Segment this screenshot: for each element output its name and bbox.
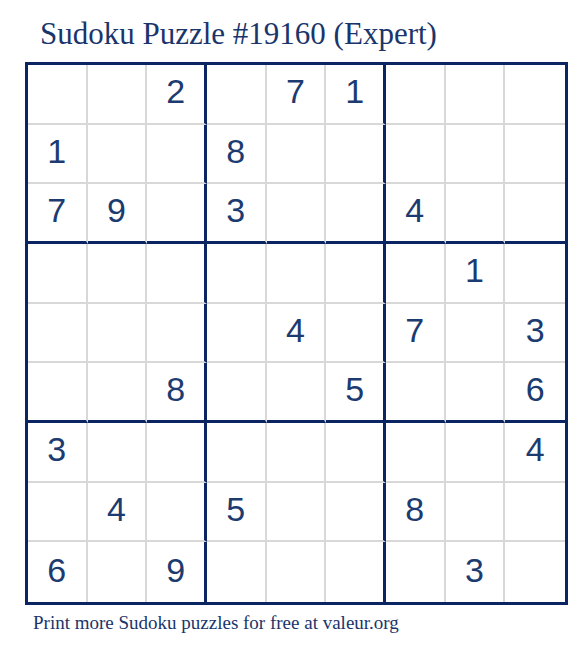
cell-r9c1: 6 <box>28 542 88 602</box>
cell-r6c7 <box>386 363 446 423</box>
cell-r5c6 <box>326 304 386 364</box>
cell-r8c1 <box>28 483 88 543</box>
cell-r2c9 <box>505 125 565 185</box>
cell-r2c6 <box>326 125 386 185</box>
cell-r5c9: 3 <box>505 304 565 364</box>
cell-r4c8: 1 <box>446 244 506 304</box>
cell-r1c3: 2 <box>147 65 207 125</box>
cell-r2c8 <box>446 125 506 185</box>
cell-r9c8: 3 <box>446 542 506 602</box>
cell-r2c3 <box>147 125 207 185</box>
cell-r8c2: 4 <box>88 483 148 543</box>
cell-r6c2 <box>88 363 148 423</box>
cell-r7c9: 4 <box>505 423 565 483</box>
cell-r8c5 <box>267 483 327 543</box>
cell-r8c8 <box>446 483 506 543</box>
cell-r7c6 <box>326 423 386 483</box>
cell-r9c3: 9 <box>147 542 207 602</box>
page-title: Sudoku Puzzle #19160 (Expert) <box>40 16 437 52</box>
cell-r6c5 <box>267 363 327 423</box>
cell-r4c6 <box>326 244 386 304</box>
cell-r1c5: 7 <box>267 65 327 125</box>
cell-r3c4: 3 <box>207 184 267 244</box>
cell-r1c7 <box>386 65 446 125</box>
cell-r3c2: 9 <box>88 184 148 244</box>
cell-r7c3 <box>147 423 207 483</box>
cell-r1c1 <box>28 65 88 125</box>
cell-r2c5 <box>267 125 327 185</box>
cell-r2c4: 8 <box>207 125 267 185</box>
cell-r1c4 <box>207 65 267 125</box>
cell-r3c6 <box>326 184 386 244</box>
cell-r8c4: 5 <box>207 483 267 543</box>
cell-r5c7: 7 <box>386 304 446 364</box>
cell-r7c1: 3 <box>28 423 88 483</box>
cell-r6c9: 6 <box>505 363 565 423</box>
cell-r4c9 <box>505 244 565 304</box>
cell-r7c8 <box>446 423 506 483</box>
cell-r1c8 <box>446 65 506 125</box>
cell-r7c7 <box>386 423 446 483</box>
cell-r3c8 <box>446 184 506 244</box>
cell-r4c4 <box>207 244 267 304</box>
cell-r9c7 <box>386 542 446 602</box>
cell-r9c4 <box>207 542 267 602</box>
cell-r9c5 <box>267 542 327 602</box>
cell-r7c5 <box>267 423 327 483</box>
cell-r8c7: 8 <box>386 483 446 543</box>
cell-r1c2 <box>88 65 148 125</box>
cell-r3c3 <box>147 184 207 244</box>
cell-r8c9 <box>505 483 565 543</box>
cell-r3c5 <box>267 184 327 244</box>
cell-r6c1 <box>28 363 88 423</box>
cell-r4c3 <box>147 244 207 304</box>
cell-r4c1 <box>28 244 88 304</box>
cell-r3c7: 4 <box>386 184 446 244</box>
cell-r7c2 <box>88 423 148 483</box>
cell-r6c4 <box>207 363 267 423</box>
cell-r3c9 <box>505 184 565 244</box>
cell-r5c1 <box>28 304 88 364</box>
cell-r5c4 <box>207 304 267 364</box>
cell-r3c1: 7 <box>28 184 88 244</box>
cell-r4c5 <box>267 244 327 304</box>
cell-r9c6 <box>326 542 386 602</box>
cell-r2c1: 1 <box>28 125 88 185</box>
cell-r5c3 <box>147 304 207 364</box>
cell-r1c6: 1 <box>326 65 386 125</box>
cell-r1c9 <box>505 65 565 125</box>
cell-r4c2 <box>88 244 148 304</box>
cell-r5c2 <box>88 304 148 364</box>
sudoku-board: 271187934147385634458693 <box>25 62 568 605</box>
cell-r5c8 <box>446 304 506 364</box>
cell-r8c3 <box>147 483 207 543</box>
cell-r9c9 <box>505 542 565 602</box>
cell-r7c4 <box>207 423 267 483</box>
footer-text: Print more Sudoku puzzles for free at va… <box>33 612 399 634</box>
cell-r2c7 <box>386 125 446 185</box>
cell-r6c6: 5 <box>326 363 386 423</box>
cell-r5c5: 4 <box>267 304 327 364</box>
cell-r9c2 <box>88 542 148 602</box>
cell-r8c6 <box>326 483 386 543</box>
cell-r2c2 <box>88 125 148 185</box>
cell-r6c8 <box>446 363 506 423</box>
cell-r4c7 <box>386 244 446 304</box>
cell-r6c3: 8 <box>147 363 207 423</box>
